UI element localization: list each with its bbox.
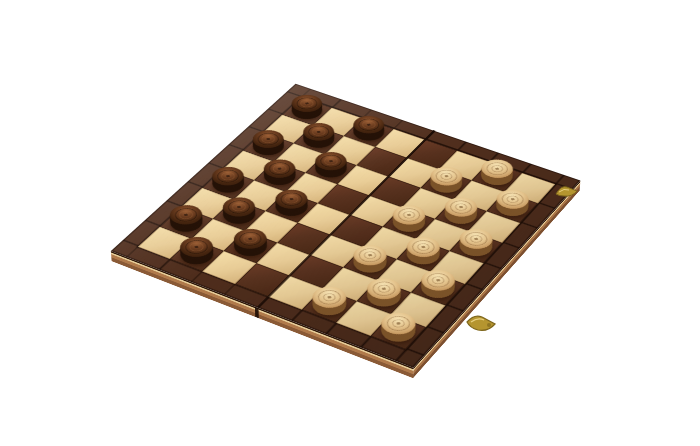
square-r4c8[interactable]: [450, 231, 502, 263]
dark-checker-piece[interactable]: [164, 210, 209, 237]
square-r5c1[interactable]: [202, 169, 254, 199]
checkers-board[interactable]: [111, 84, 580, 368]
brass-clasp-right-corner: [554, 182, 580, 202]
product-photo: [0, 0, 700, 446]
square-r7c1[interactable]: [160, 207, 213, 239]
light-checker-piece[interactable]: [491, 194, 534, 220]
light-checker-piece[interactable]: [375, 317, 421, 347]
dark-checker-piece[interactable]: [286, 99, 328, 123]
brass-clasp-lower-edge: [464, 312, 498, 336]
